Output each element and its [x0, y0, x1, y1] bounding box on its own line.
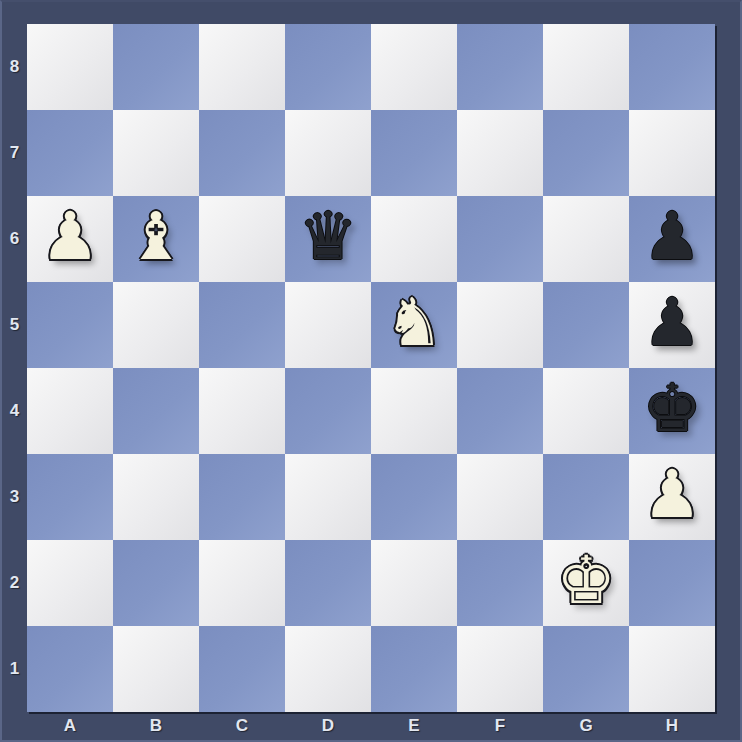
square-e8[interactable] [371, 24, 457, 110]
square-d6[interactable]: ♛ [285, 196, 371, 282]
square-c3[interactable] [199, 454, 285, 540]
piece-black-pawn[interactable]: ♟ [642, 290, 701, 356]
piece-black-pawn[interactable]: ♟ [642, 204, 701, 270]
square-d8[interactable] [285, 24, 371, 110]
square-a1[interactable] [27, 626, 113, 712]
square-c5[interactable] [199, 282, 285, 368]
square-g7[interactable] [543, 110, 629, 196]
square-c7[interactable] [199, 110, 285, 196]
square-a2[interactable] [27, 540, 113, 626]
piece-white-bishop[interactable]: ♝ [126, 204, 185, 270]
rank-label-4: 4 [2, 368, 27, 454]
piece-black-queen[interactable]: ♛ [298, 204, 357, 270]
square-b7[interactable] [113, 110, 199, 196]
square-f2[interactable] [457, 540, 543, 626]
square-g8[interactable] [543, 24, 629, 110]
square-g4[interactable] [543, 368, 629, 454]
square-g1[interactable] [543, 626, 629, 712]
square-h7[interactable] [629, 110, 715, 196]
file-label-c: C [199, 712, 285, 740]
chess-board-frame: 87654321 ABCDEFGH ♟♝♛♟♞♟♚♟♚ [0, 0, 742, 742]
square-d4[interactable] [285, 368, 371, 454]
rank-label-6: 6 [2, 196, 27, 282]
square-f6[interactable] [457, 196, 543, 282]
rank-label-3: 3 [2, 454, 27, 540]
square-f5[interactable] [457, 282, 543, 368]
square-f4[interactable] [457, 368, 543, 454]
square-b8[interactable] [113, 24, 199, 110]
square-a3[interactable] [27, 454, 113, 540]
square-f1[interactable] [457, 626, 543, 712]
piece-white-king[interactable]: ♚ [556, 548, 615, 614]
file-label-f: F [457, 712, 543, 740]
square-e5[interactable]: ♞ [371, 282, 457, 368]
square-b4[interactable] [113, 368, 199, 454]
square-f7[interactable] [457, 110, 543, 196]
file-label-a: A [27, 712, 113, 740]
square-b6[interactable]: ♝ [113, 196, 199, 282]
rank-labels: 87654321 [2, 24, 27, 712]
square-a8[interactable] [27, 24, 113, 110]
square-a5[interactable] [27, 282, 113, 368]
square-c8[interactable] [199, 24, 285, 110]
square-g5[interactable] [543, 282, 629, 368]
square-h2[interactable] [629, 540, 715, 626]
square-d2[interactable] [285, 540, 371, 626]
square-d7[interactable] [285, 110, 371, 196]
square-c2[interactable] [199, 540, 285, 626]
piece-white-knight[interactable]: ♞ [384, 290, 443, 356]
piece-black-king[interactable]: ♚ [642, 376, 701, 442]
square-b5[interactable] [113, 282, 199, 368]
square-b2[interactable] [113, 540, 199, 626]
square-h3[interactable]: ♟ [629, 454, 715, 540]
square-e6[interactable] [371, 196, 457, 282]
square-d1[interactable] [285, 626, 371, 712]
rank-label-1: 1 [2, 626, 27, 712]
square-e3[interactable] [371, 454, 457, 540]
rank-label-5: 5 [2, 282, 27, 368]
square-e2[interactable] [371, 540, 457, 626]
rank-label-2: 2 [2, 540, 27, 626]
square-f8[interactable] [457, 24, 543, 110]
file-label-h: H [629, 712, 715, 740]
square-b3[interactable] [113, 454, 199, 540]
square-a6[interactable]: ♟ [27, 196, 113, 282]
rank-label-8: 8 [2, 24, 27, 110]
square-e4[interactable] [371, 368, 457, 454]
square-b1[interactable] [113, 626, 199, 712]
file-labels: ABCDEFGH [27, 712, 715, 740]
piece-white-pawn[interactable]: ♟ [642, 462, 701, 528]
square-g3[interactable] [543, 454, 629, 540]
square-d5[interactable] [285, 282, 371, 368]
square-a4[interactable] [27, 368, 113, 454]
square-e1[interactable] [371, 626, 457, 712]
piece-white-pawn[interactable]: ♟ [40, 204, 99, 270]
square-c4[interactable] [199, 368, 285, 454]
square-h5[interactable]: ♟ [629, 282, 715, 368]
square-f3[interactable] [457, 454, 543, 540]
square-c1[interactable] [199, 626, 285, 712]
square-h1[interactable] [629, 626, 715, 712]
square-e7[interactable] [371, 110, 457, 196]
file-label-b: B [113, 712, 199, 740]
file-label-e: E [371, 712, 457, 740]
chess-board: ♟♝♛♟♞♟♚♟♚ [27, 24, 715, 712]
square-h6[interactable]: ♟ [629, 196, 715, 282]
file-label-g: G [543, 712, 629, 740]
file-label-d: D [285, 712, 371, 740]
square-c6[interactable] [199, 196, 285, 282]
square-d3[interactable] [285, 454, 371, 540]
square-g2[interactable]: ♚ [543, 540, 629, 626]
square-h4[interactable]: ♚ [629, 368, 715, 454]
square-h8[interactable] [629, 24, 715, 110]
rank-label-7: 7 [2, 110, 27, 196]
square-a7[interactable] [27, 110, 113, 196]
square-g6[interactable] [543, 196, 629, 282]
